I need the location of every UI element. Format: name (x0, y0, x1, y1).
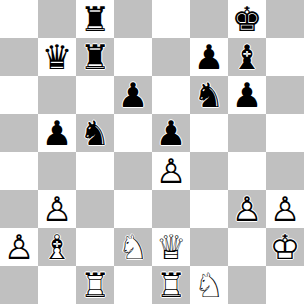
square-a7[interactable] (0, 38, 38, 76)
white-pawn: ♟♙ (228, 190, 266, 228)
square-e1[interactable]: ♜♖ (152, 266, 190, 304)
black-bishop: ♝ (228, 38, 266, 76)
square-f4[interactable] (190, 152, 228, 190)
black-queen: ♛ (38, 38, 76, 76)
square-h5[interactable] (266, 114, 304, 152)
black-king: ♚ (228, 0, 266, 38)
chess-board: ♜♚♛♜♟♝♟♞♟♟♞♟♟♙♟♙♟♙♟♙♟♙♝♗♞♘♛♕♚♔♜♖♜♖♞♘ (0, 0, 304, 304)
square-h2[interactable]: ♚♔ (266, 228, 304, 266)
square-e2[interactable]: ♛♕ (152, 228, 190, 266)
square-b6[interactable] (38, 76, 76, 114)
white-knight: ♞♘ (114, 228, 152, 266)
black-pawn: ♟ (114, 76, 152, 114)
square-c4[interactable] (76, 152, 114, 190)
square-e4[interactable]: ♟♙ (152, 152, 190, 190)
white-rook: ♜♖ (152, 266, 190, 304)
square-b3[interactable]: ♟♙ (38, 190, 76, 228)
white-queen: ♛♕ (152, 228, 190, 266)
square-d8[interactable] (114, 0, 152, 38)
square-g7[interactable]: ♝ (228, 38, 266, 76)
square-e6[interactable] (152, 76, 190, 114)
square-b4[interactable] (38, 152, 76, 190)
square-c6[interactable] (76, 76, 114, 114)
square-c7[interactable]: ♜ (76, 38, 114, 76)
square-h1[interactable] (266, 266, 304, 304)
square-b1[interactable] (38, 266, 76, 304)
square-d4[interactable] (114, 152, 152, 190)
square-g5[interactable] (228, 114, 266, 152)
square-h3[interactable]: ♟♙ (266, 190, 304, 228)
white-pawn: ♟♙ (38, 190, 76, 228)
square-b5[interactable]: ♟ (38, 114, 76, 152)
square-h8[interactable] (266, 0, 304, 38)
square-g3[interactable]: ♟♙ (228, 190, 266, 228)
square-b7[interactable]: ♛ (38, 38, 76, 76)
square-h6[interactable] (266, 76, 304, 114)
square-a6[interactable] (0, 76, 38, 114)
square-f8[interactable] (190, 0, 228, 38)
black-knight: ♞ (76, 114, 114, 152)
black-pawn: ♟ (228, 76, 266, 114)
square-d1[interactable] (114, 266, 152, 304)
square-a8[interactable] (0, 0, 38, 38)
white-knight: ♞♘ (190, 266, 228, 304)
square-b2[interactable]: ♝♗ (38, 228, 76, 266)
square-c8[interactable]: ♜ (76, 0, 114, 38)
square-d6[interactable]: ♟ (114, 76, 152, 114)
black-rook: ♜ (76, 0, 114, 38)
square-a5[interactable] (0, 114, 38, 152)
square-g6[interactable]: ♟ (228, 76, 266, 114)
square-e7[interactable] (152, 38, 190, 76)
square-f2[interactable] (190, 228, 228, 266)
square-d2[interactable]: ♞♘ (114, 228, 152, 266)
square-g8[interactable]: ♚ (228, 0, 266, 38)
square-c3[interactable] (76, 190, 114, 228)
square-f1[interactable]: ♞♘ (190, 266, 228, 304)
square-a4[interactable] (0, 152, 38, 190)
white-pawn: ♟♙ (152, 152, 190, 190)
black-rook: ♜ (76, 38, 114, 76)
black-knight: ♞ (190, 76, 228, 114)
square-f6[interactable]: ♞ (190, 76, 228, 114)
square-f5[interactable] (190, 114, 228, 152)
square-a1[interactable] (0, 266, 38, 304)
black-pawn: ♟ (190, 38, 228, 76)
square-c5[interactable]: ♞ (76, 114, 114, 152)
square-d3[interactable] (114, 190, 152, 228)
square-g1[interactable] (228, 266, 266, 304)
white-pawn: ♟♙ (0, 228, 38, 266)
square-b8[interactable] (38, 0, 76, 38)
square-g2[interactable] (228, 228, 266, 266)
square-f3[interactable] (190, 190, 228, 228)
square-c2[interactable] (76, 228, 114, 266)
square-e8[interactable] (152, 0, 190, 38)
square-a3[interactable] (0, 190, 38, 228)
square-e5[interactable]: ♟ (152, 114, 190, 152)
black-pawn: ♟ (152, 114, 190, 152)
square-e3[interactable] (152, 190, 190, 228)
white-bishop: ♝♗ (38, 228, 76, 266)
square-h4[interactable] (266, 152, 304, 190)
white-king: ♚♔ (266, 228, 304, 266)
square-c1[interactable]: ♜♖ (76, 266, 114, 304)
square-g4[interactable] (228, 152, 266, 190)
white-pawn: ♟♙ (266, 190, 304, 228)
square-a2[interactable]: ♟♙ (0, 228, 38, 266)
black-pawn: ♟ (38, 114, 76, 152)
white-rook: ♜♖ (76, 266, 114, 304)
square-d5[interactable] (114, 114, 152, 152)
square-h7[interactable] (266, 38, 304, 76)
square-f7[interactable]: ♟ (190, 38, 228, 76)
square-d7[interactable] (114, 38, 152, 76)
